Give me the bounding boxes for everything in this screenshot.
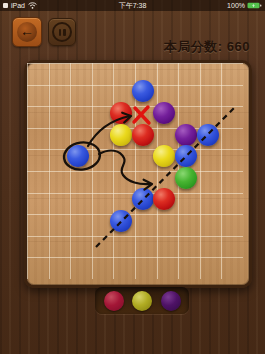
ball-blue[interactable] [175, 145, 197, 167]
next-ball-red [104, 291, 124, 311]
game-board[interactable] [24, 60, 252, 288]
ball-red[interactable] [132, 124, 154, 146]
status-bar: iPad 下午7:38 100% [0, 0, 265, 11]
status-right: 100% [227, 0, 262, 11]
score-value: 660 [227, 39, 250, 54]
score-label: 本局分数: [164, 39, 223, 54]
status-time: 下午7:38 [0, 0, 265, 11]
ball-purple[interactable] [153, 102, 175, 124]
ball-yellow[interactable] [110, 124, 132, 146]
ball-red[interactable] [153, 188, 175, 210]
back-button[interactable]: ← [12, 17, 42, 47]
pieces-layer [27, 63, 243, 279]
ball-blue[interactable] [132, 80, 154, 102]
next-balls-tray [95, 287, 189, 314]
battery-icon [247, 2, 262, 9]
ball-blue[interactable] [67, 145, 89, 167]
next-ball-yellow [132, 291, 152, 311]
score-display: 本局分数: 660 [164, 38, 250, 56]
ball-red[interactable] [110, 102, 132, 124]
next-ball-purple [161, 291, 181, 311]
ball-blue[interactable] [110, 210, 132, 232]
ball-blue[interactable] [132, 188, 154, 210]
back-button-disc: ← [17, 22, 37, 42]
ball-blue[interactable] [197, 124, 219, 146]
back-arrow-icon: ← [20, 24, 34, 38]
pause-button[interactable] [48, 18, 76, 46]
ball-green[interactable] [175, 167, 197, 189]
game-screen: iPad 下午7:38 100% ← 本局分数: 660 [0, 0, 265, 354]
pause-icon [52, 22, 72, 42]
battery-percent: 100% [227, 0, 245, 11]
ball-purple[interactable] [175, 124, 197, 146]
ball-yellow[interactable] [153, 145, 175, 167]
